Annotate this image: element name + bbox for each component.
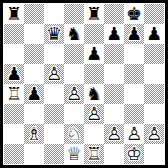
piece-glyph: ♖ bbox=[4, 84, 24, 104]
piece-black-rook-a8[interactable]: ♜♜ bbox=[4, 4, 24, 24]
square-c6[interactable] bbox=[44, 44, 64, 64]
square-a8[interactable]: ♜♜ bbox=[4, 4, 24, 24]
piece-white-pawn-h2[interactable]: ♟♙ bbox=[144, 124, 164, 144]
piece-glyph: ♙ bbox=[84, 104, 104, 124]
square-e2[interactable] bbox=[84, 124, 104, 144]
piece-glyph: ♖ bbox=[84, 144, 104, 164]
square-c1[interactable] bbox=[44, 144, 64, 164]
board-inner-line: ♜♜♜♜♚♚♛♛♞♞♟♟♟♟♟♟♟♟♟♟♟♙♜♖♟♟♟♙♞♞♟♙♝♗♞♘♟♙♟♙… bbox=[3, 3, 165, 165]
square-g1[interactable]: ♚♔ bbox=[124, 144, 144, 164]
square-h3[interactable] bbox=[144, 104, 164, 124]
square-d2[interactable]: ♞♘ bbox=[64, 124, 84, 144]
square-c7[interactable]: ♛♛ bbox=[44, 24, 64, 44]
square-e4[interactable]: ♞♞ bbox=[84, 84, 104, 104]
piece-black-pawn-h7[interactable]: ♟♟ bbox=[144, 24, 164, 44]
square-h6[interactable] bbox=[144, 44, 164, 64]
square-f2[interactable]: ♟♙ bbox=[104, 124, 124, 144]
piece-white-queen-d1[interactable]: ♛♕ bbox=[64, 144, 84, 164]
square-c3[interactable] bbox=[44, 104, 64, 124]
square-c5[interactable]: ♟♙ bbox=[44, 64, 64, 84]
piece-white-rook-e1[interactable]: ♜♖ bbox=[84, 144, 104, 164]
square-b1[interactable] bbox=[24, 144, 44, 164]
piece-glyph: ♟ bbox=[24, 84, 44, 104]
square-a5[interactable]: ♟♟ bbox=[4, 64, 24, 84]
piece-glyph: ♚ bbox=[124, 4, 144, 24]
square-h5[interactable] bbox=[144, 64, 164, 84]
piece-black-pawn-e6[interactable]: ♟♟ bbox=[84, 44, 104, 64]
square-e3[interactable]: ♟♙ bbox=[84, 104, 104, 124]
square-c2[interactable] bbox=[44, 124, 64, 144]
square-b5[interactable] bbox=[24, 64, 44, 84]
square-g7[interactable]: ♟♟ bbox=[124, 24, 144, 44]
piece-glyph: ♕ bbox=[64, 144, 84, 164]
square-b4[interactable]: ♟♟ bbox=[24, 84, 44, 104]
square-f4[interactable] bbox=[104, 84, 124, 104]
square-g4[interactable] bbox=[124, 84, 144, 104]
square-d1[interactable]: ♛♕ bbox=[64, 144, 84, 164]
square-d6[interactable] bbox=[64, 44, 84, 64]
square-c8[interactable] bbox=[44, 4, 64, 24]
piece-white-rook-a4[interactable]: ♜♖ bbox=[4, 84, 24, 104]
piece-glyph: ♙ bbox=[144, 124, 164, 144]
square-a6[interactable] bbox=[4, 44, 24, 64]
piece-glyph: ♛ bbox=[44, 24, 64, 44]
piece-black-knight-d7[interactable]: ♞♞ bbox=[64, 24, 84, 44]
piece-glyph: ♟ bbox=[4, 64, 24, 84]
piece-glyph: ♔ bbox=[124, 144, 144, 164]
piece-glyph: ♜ bbox=[4, 4, 24, 24]
piece-glyph: ♟ bbox=[84, 44, 104, 64]
piece-black-knight-e4[interactable]: ♞♞ bbox=[84, 84, 104, 104]
piece-glyph: ♘ bbox=[64, 124, 84, 144]
board-frame: ♜♜♜♜♚♚♛♛♞♞♟♟♟♟♟♟♟♟♟♟♟♙♜♖♟♟♟♙♞♞♟♙♝♗♞♘♟♙♟♙… bbox=[0, 0, 168, 168]
piece-white-pawn-f2[interactable]: ♟♙ bbox=[104, 124, 124, 144]
square-e6[interactable]: ♟♟ bbox=[84, 44, 104, 64]
piece-glyph: ♙ bbox=[64, 84, 84, 104]
square-f6[interactable] bbox=[104, 44, 124, 64]
piece-white-king-g1[interactable]: ♚♔ bbox=[124, 144, 144, 164]
square-g2[interactable]: ♟♙ bbox=[124, 124, 144, 144]
square-d8[interactable] bbox=[64, 4, 84, 24]
square-f1[interactable] bbox=[104, 144, 124, 164]
piece-white-pawn-d4[interactable]: ♟♙ bbox=[64, 84, 84, 104]
square-a2[interactable] bbox=[4, 124, 24, 144]
piece-white-knight-d2[interactable]: ♞♘ bbox=[64, 124, 84, 144]
piece-black-pawn-a5[interactable]: ♟♟ bbox=[4, 64, 24, 84]
piece-black-pawn-f7[interactable]: ♟♟ bbox=[104, 24, 124, 44]
piece-glyph: ♞ bbox=[84, 84, 104, 104]
chess-board: ♜♜♜♜♚♚♛♛♞♞♟♟♟♟♟♟♟♟♟♟♟♙♜♖♟♟♟♙♞♞♟♙♝♗♞♘♟♙♟♙… bbox=[4, 4, 164, 164]
square-f7[interactable]: ♟♟ bbox=[104, 24, 124, 44]
square-c4[interactable] bbox=[44, 84, 64, 104]
square-e5[interactable] bbox=[84, 64, 104, 84]
square-f5[interactable] bbox=[104, 64, 124, 84]
square-a7[interactable] bbox=[4, 24, 24, 44]
square-b2[interactable]: ♝♗ bbox=[24, 124, 44, 144]
square-a1[interactable] bbox=[4, 144, 24, 164]
square-g6[interactable] bbox=[124, 44, 144, 64]
piece-glyph: ♟ bbox=[124, 24, 144, 44]
square-b6[interactable] bbox=[24, 44, 44, 64]
square-d4[interactable]: ♟♙ bbox=[64, 84, 84, 104]
square-b7[interactable] bbox=[24, 24, 44, 44]
piece-glyph: ♜ bbox=[84, 4, 104, 24]
piece-white-pawn-g2[interactable]: ♟♙ bbox=[124, 124, 144, 144]
piece-white-pawn-c5[interactable]: ♟♙ bbox=[44, 64, 64, 84]
piece-black-king-g8[interactable]: ♚♚ bbox=[124, 4, 144, 24]
piece-glyph: ♟ bbox=[144, 24, 164, 44]
piece-glyph: ♞ bbox=[64, 24, 84, 44]
piece-white-pawn-e3[interactable]: ♟♙ bbox=[84, 104, 104, 124]
square-h4[interactable] bbox=[144, 84, 164, 104]
square-h2[interactable]: ♟♙ bbox=[144, 124, 164, 144]
square-g8[interactable]: ♚♚ bbox=[124, 4, 144, 24]
square-h8[interactable] bbox=[144, 4, 164, 24]
square-g3[interactable] bbox=[124, 104, 144, 124]
square-d7[interactable]: ♞♞ bbox=[64, 24, 84, 44]
piece-black-pawn-b4[interactable]: ♟♟ bbox=[24, 84, 44, 104]
square-a4[interactable]: ♜♖ bbox=[4, 84, 24, 104]
square-b3[interactable] bbox=[24, 104, 44, 124]
piece-glyph: ♙ bbox=[104, 124, 124, 144]
square-h1[interactable] bbox=[144, 144, 164, 164]
piece-glyph: ♙ bbox=[124, 124, 144, 144]
square-f3[interactable] bbox=[104, 104, 124, 124]
piece-glyph: ♟ bbox=[104, 24, 124, 44]
piece-glyph: ♗ bbox=[24, 124, 44, 144]
square-f8[interactable] bbox=[104, 4, 124, 24]
square-e1[interactable]: ♜♖ bbox=[84, 144, 104, 164]
piece-black-queen-c7[interactable]: ♛♛ bbox=[44, 24, 64, 44]
piece-black-pawn-g7[interactable]: ♟♟ bbox=[124, 24, 144, 44]
square-d5[interactable] bbox=[64, 64, 84, 84]
square-a3[interactable] bbox=[4, 104, 24, 124]
square-e8[interactable]: ♜♜ bbox=[84, 4, 104, 24]
square-h7[interactable]: ♟♟ bbox=[144, 24, 164, 44]
piece-glyph: ♙ bbox=[44, 64, 64, 84]
piece-black-rook-e8[interactable]: ♜♜ bbox=[84, 4, 104, 24]
square-e7[interactable] bbox=[84, 24, 104, 44]
square-b8[interactable] bbox=[24, 4, 44, 24]
square-d3[interactable] bbox=[64, 104, 84, 124]
square-g5[interactable] bbox=[124, 64, 144, 84]
piece-white-bishop-b2[interactable]: ♝♗ bbox=[24, 124, 44, 144]
